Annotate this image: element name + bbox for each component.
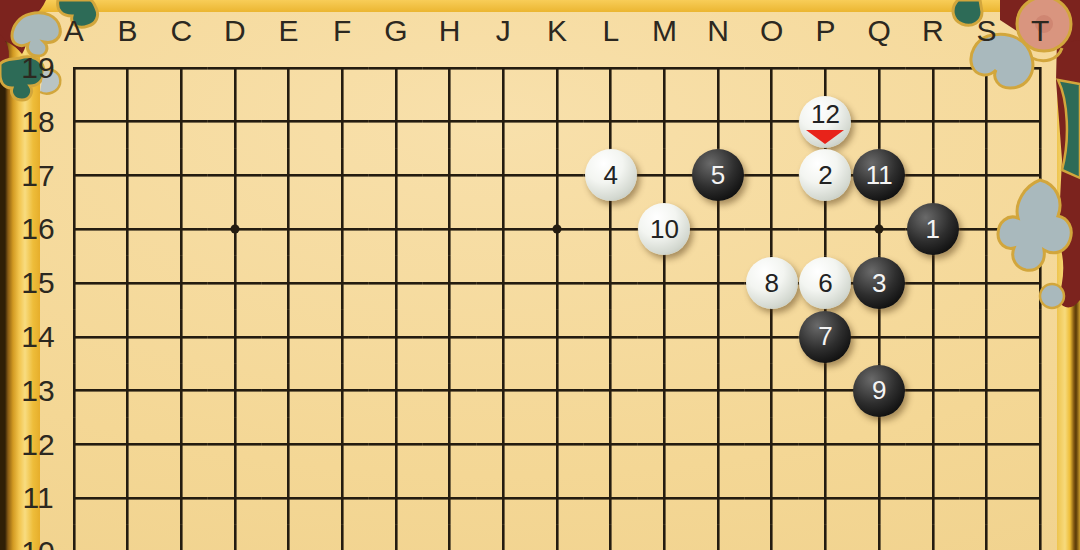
intersection-K13[interactable]	[530, 364, 584, 418]
row-label-19: 19	[12, 41, 64, 95]
intersection-P10[interactable]	[799, 525, 853, 550]
intersection-D16[interactable]	[208, 202, 262, 256]
stone-move-number: 1	[926, 214, 940, 245]
intersection-O13[interactable]	[745, 364, 799, 418]
intersection-P11[interactable]	[799, 471, 853, 525]
intersection-M14[interactable]	[638, 310, 692, 364]
intersection-H16[interactable]	[423, 202, 477, 256]
intersection-K15[interactable]	[530, 256, 584, 310]
intersection-N17[interactable]: 5	[691, 149, 745, 203]
column-label-N: N	[691, 13, 745, 49]
intersection-E16[interactable]	[262, 202, 316, 256]
intersection-C16[interactable]	[154, 202, 208, 256]
intersection-H14[interactable]	[423, 310, 477, 364]
column-label-T: T	[1013, 13, 1067, 49]
intersection-L18[interactable]	[584, 95, 638, 149]
intersection-P15[interactable]: 6	[799, 256, 853, 310]
intersection-Q14[interactable]	[852, 310, 906, 364]
stone-black-5[interactable]: 5	[692, 149, 744, 201]
intersection-L19[interactable]	[584, 41, 638, 95]
intersection-R13[interactable]	[906, 364, 960, 418]
intersection-D17[interactable]	[208, 149, 262, 203]
intersection-D11[interactable]	[208, 471, 262, 525]
intersection-E12[interactable]	[262, 418, 316, 472]
intersection-D13[interactable]	[208, 364, 262, 418]
intersection-N10[interactable]	[691, 525, 745, 550]
stone-move-number: 4	[603, 160, 617, 191]
intersection-C18[interactable]	[154, 95, 208, 149]
intersection-D14[interactable]	[208, 310, 262, 364]
intersection-B13[interactable]	[101, 364, 155, 418]
intersection-O19[interactable]	[745, 41, 799, 95]
intersection-K12[interactable]	[530, 418, 584, 472]
intersection-B10[interactable]	[101, 525, 155, 550]
column-label-M: M	[638, 13, 692, 49]
star-point-K16	[553, 225, 562, 234]
stone-move-number: 12	[811, 99, 840, 130]
column-label-F: F	[315, 13, 369, 49]
intersection-J13[interactable]	[477, 364, 531, 418]
row-label-11: 11	[12, 471, 64, 525]
column-label-E: E	[262, 13, 316, 49]
intersection-K10[interactable]	[530, 525, 584, 550]
intersection-E11[interactable]	[262, 471, 316, 525]
intersection-D19[interactable]	[208, 41, 262, 95]
intersection-S13[interactable]	[960, 364, 1014, 418]
intersection-M19[interactable]	[638, 41, 692, 95]
intersection-H11[interactable]	[423, 471, 477, 525]
intersection-C14[interactable]	[154, 310, 208, 364]
intersection-H17[interactable]	[423, 149, 477, 203]
column-label-B: B	[101, 13, 155, 49]
go-app-screen: 124521110186379 ABCDEFGHJKLMNOPQRST 1918…	[0, 0, 1080, 550]
intersection-N12[interactable]	[691, 418, 745, 472]
intersection-M13[interactable]	[638, 364, 692, 418]
intersection-J18[interactable]	[477, 95, 531, 149]
intersection-D12[interactable]	[208, 418, 262, 472]
intersection-Q16[interactable]	[852, 202, 906, 256]
intersection-L13[interactable]	[584, 364, 638, 418]
stone-move-number: 7	[818, 321, 832, 352]
stone-move-number: 2	[818, 160, 832, 191]
intersection-Q15[interactable]: 3	[852, 256, 906, 310]
intersection-O12[interactable]	[745, 418, 799, 472]
intersection-E19[interactable]	[262, 41, 316, 95]
intersection-N16[interactable]	[691, 202, 745, 256]
intersection-L10[interactable]	[584, 525, 638, 550]
column-label-K: K	[530, 13, 584, 49]
intersection-K19[interactable]	[530, 41, 584, 95]
stone-white-10[interactable]: 10	[638, 203, 690, 255]
row-label-16: 16	[12, 202, 64, 256]
intersection-K17[interactable]	[530, 149, 584, 203]
intersection-B16[interactable]	[101, 202, 155, 256]
intersection-J11[interactable]	[477, 471, 531, 525]
intersection-O14[interactable]	[745, 310, 799, 364]
intersection-F15[interactable]	[315, 256, 369, 310]
intersection-Q10[interactable]	[852, 525, 906, 550]
intersection-C10[interactable]	[154, 525, 208, 550]
stone-white-6[interactable]: 6	[799, 257, 851, 309]
intersection-L15[interactable]	[584, 256, 638, 310]
intersection-F17[interactable]	[315, 149, 369, 203]
intersection-L11[interactable]	[584, 471, 638, 525]
stone-move-number: 10	[650, 214, 679, 245]
intersection-G15[interactable]	[369, 256, 423, 310]
intersection-H10[interactable]	[423, 525, 477, 550]
intersection-G19[interactable]	[369, 41, 423, 95]
intersection-E18[interactable]	[262, 95, 316, 149]
intersection-H15[interactable]	[423, 256, 477, 310]
intersection-L17[interactable]: 4	[584, 149, 638, 203]
intersection-P18[interactable]: 12	[799, 95, 853, 149]
column-label-L: L	[584, 13, 638, 49]
intersection-N13[interactable]	[691, 364, 745, 418]
intersection-Q17[interactable]: 11	[852, 149, 906, 203]
intersection-G12[interactable]	[369, 418, 423, 472]
intersection-F13[interactable]	[315, 364, 369, 418]
intersection-G10[interactable]	[369, 525, 423, 550]
stone-move-number: 9	[872, 375, 886, 406]
stone-white-2[interactable]: 2	[799, 149, 851, 201]
intersection-C13[interactable]	[154, 364, 208, 418]
intersection-R11[interactable]	[906, 471, 960, 525]
intersection-Q13[interactable]: 9	[852, 364, 906, 418]
intersection-P13[interactable]	[799, 364, 853, 418]
intersection-C19[interactable]	[154, 41, 208, 95]
intersection-F16[interactable]	[315, 202, 369, 256]
row-label-14: 14	[12, 310, 64, 364]
intersection-C12[interactable]	[154, 418, 208, 472]
column-label-H: H	[423, 13, 477, 49]
intersection-O11[interactable]	[745, 471, 799, 525]
intersection-Q18[interactable]	[852, 95, 906, 149]
column-label-R: R	[906, 13, 960, 49]
intersection-M18[interactable]	[638, 95, 692, 149]
intersection-M16[interactable]: 10	[638, 202, 692, 256]
intersection-N15[interactable]	[691, 256, 745, 310]
intersection-K16[interactable]	[530, 202, 584, 256]
intersection-M12[interactable]	[638, 418, 692, 472]
intersection-N18[interactable]	[691, 95, 745, 149]
stone-black-3[interactable]: 3	[853, 257, 905, 309]
intersection-G14[interactable]	[369, 310, 423, 364]
row-label-12: 12	[12, 418, 64, 472]
star-point-D16	[230, 225, 239, 234]
intersection-G18[interactable]	[369, 95, 423, 149]
intersection-J14[interactable]	[477, 310, 531, 364]
last-move-triangle-icon	[806, 130, 844, 144]
intersection-E17[interactable]	[262, 149, 316, 203]
stone-move-number: 8	[765, 268, 779, 299]
intersection-S10[interactable]	[960, 525, 1014, 550]
intersection-E14[interactable]	[262, 310, 316, 364]
intersection-E10[interactable]	[262, 525, 316, 550]
intersection-O15[interactable]: 8	[745, 256, 799, 310]
column-label-S: S	[960, 13, 1014, 49]
intersection-F18[interactable]	[315, 95, 369, 149]
intersection-G16[interactable]	[369, 202, 423, 256]
intersection-B11[interactable]	[101, 471, 155, 525]
row-label-18: 18	[12, 95, 64, 149]
go-board-grid: 124521110186379	[47, 41, 1067, 550]
intersection-Q19[interactable]	[852, 41, 906, 95]
intersection-H12[interactable]	[423, 418, 477, 472]
column-label-O: O	[745, 13, 799, 49]
intersection-B15[interactable]	[101, 256, 155, 310]
intersection-O16[interactable]	[745, 202, 799, 256]
intersection-N11[interactable]	[691, 471, 745, 525]
intersection-M17[interactable]	[638, 149, 692, 203]
intersection-H18[interactable]	[423, 95, 477, 149]
intersection-L12[interactable]	[584, 418, 638, 472]
intersection-N14[interactable]	[691, 310, 745, 364]
stone-move-number: 11	[866, 160, 893, 191]
intersection-D15[interactable]	[208, 256, 262, 310]
intersection-B17[interactable]	[101, 149, 155, 203]
intersection-K18[interactable]	[530, 95, 584, 149]
row-labels: 19181716151413121110	[12, 41, 64, 550]
stone-black-11[interactable]: 11	[853, 149, 905, 201]
intersection-C11[interactable]	[154, 471, 208, 525]
stone-move-number: 6	[818, 268, 832, 299]
intersection-G13[interactable]	[369, 364, 423, 418]
column-label-C: C	[154, 13, 208, 49]
intersection-B14[interactable]	[101, 310, 155, 364]
stone-black-7[interactable]: 7	[799, 311, 851, 363]
intersection-F14[interactable]	[315, 310, 369, 364]
intersection-C15[interactable]	[154, 256, 208, 310]
intersection-Q11[interactable]	[852, 471, 906, 525]
column-label-G: G	[369, 13, 423, 49]
intersection-O10[interactable]	[745, 525, 799, 550]
row-label-13: 13	[12, 364, 64, 418]
column-label-P: P	[799, 13, 853, 49]
intersection-M10[interactable]	[638, 525, 692, 550]
intersection-S12[interactable]	[960, 418, 1014, 472]
star-point-Q16	[875, 225, 884, 234]
intersection-N19[interactable]	[691, 41, 745, 95]
stone-white-12[interactable]: 12	[799, 96, 851, 148]
intersection-P19[interactable]	[799, 41, 853, 95]
intersection-G11[interactable]	[369, 471, 423, 525]
intersection-L14[interactable]	[584, 310, 638, 364]
row-label-17: 17	[12, 149, 64, 203]
intersection-M15[interactable]	[638, 256, 692, 310]
intersection-E15[interactable]	[262, 256, 316, 310]
intersection-F12[interactable]	[315, 418, 369, 472]
stone-black-9[interactable]: 9	[853, 365, 905, 417]
column-labels: ABCDEFGHJKLMNOPQRST	[47, 13, 1067, 49]
row-label-15: 15	[12, 256, 64, 310]
intersection-G17[interactable]	[369, 149, 423, 203]
intersection-T10[interactable]	[1013, 525, 1067, 550]
intersection-C17[interactable]	[154, 149, 208, 203]
intersection-Q12[interactable]	[852, 418, 906, 472]
intersection-F19[interactable]	[315, 41, 369, 95]
column-label-J: J	[477, 13, 531, 49]
intersection-S11[interactable]	[960, 471, 1014, 525]
intersection-T11[interactable]	[1013, 471, 1067, 525]
intersection-J15[interactable]	[477, 256, 531, 310]
column-label-D: D	[208, 13, 262, 49]
intersection-J10[interactable]	[477, 525, 531, 550]
intersection-K14[interactable]	[530, 310, 584, 364]
row-label-10: 10	[12, 525, 64, 550]
intersection-J12[interactable]	[477, 418, 531, 472]
intersection-O17[interactable]	[745, 149, 799, 203]
intersection-M11[interactable]	[638, 471, 692, 525]
intersection-H19[interactable]	[423, 41, 477, 95]
intersection-K11[interactable]	[530, 471, 584, 525]
intersection-P14[interactable]: 7	[799, 310, 853, 364]
column-label-Q: Q	[852, 13, 906, 49]
intersection-F10[interactable]	[315, 525, 369, 550]
intersection-J16[interactable]	[477, 202, 531, 256]
stone-white-4[interactable]: 4	[585, 149, 637, 201]
intersection-P12[interactable]	[799, 418, 853, 472]
intersection-J19[interactable]	[477, 41, 531, 95]
intersection-D18[interactable]	[208, 95, 262, 149]
stone-move-number: 5	[711, 160, 725, 191]
intersection-R12[interactable]	[906, 418, 960, 472]
intersection-O18[interactable]	[745, 95, 799, 149]
intersection-B12[interactable]	[101, 418, 155, 472]
intersection-T12[interactable]	[1013, 418, 1067, 472]
stone-white-8[interactable]: 8	[746, 257, 798, 309]
intersection-D10[interactable]	[208, 525, 262, 550]
intersection-P17[interactable]: 2	[799, 149, 853, 203]
intersection-F11[interactable]	[315, 471, 369, 525]
intersection-R10[interactable]	[906, 525, 960, 550]
stone-move-number: 3	[872, 268, 886, 299]
intersection-P16[interactable]	[799, 202, 853, 256]
intersection-H13[interactable]	[423, 364, 477, 418]
intersection-J17[interactable]	[477, 149, 531, 203]
intersection-T13[interactable]	[1013, 364, 1067, 418]
intersection-L16[interactable]	[584, 202, 638, 256]
intersection-E13[interactable]	[262, 364, 316, 418]
